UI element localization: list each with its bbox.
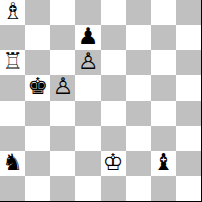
chess-board: ♗♟♖♙♚♙♞♔♝ [0,0,201,201]
square-b3[interactable] [25,126,50,151]
square-a7[interactable] [0,25,25,50]
square-e8[interactable] [101,0,126,25]
square-g4[interactable] [151,101,176,126]
square-b6[interactable] [25,50,50,75]
white-pawn-piece[interactable]: ♙ [78,50,99,73]
square-e7[interactable] [101,25,126,50]
square-f4[interactable] [126,101,151,126]
square-e5[interactable] [101,75,126,100]
square-d2[interactable] [75,151,100,176]
square-e6[interactable] [101,50,126,75]
square-f2[interactable] [126,151,151,176]
square-g7[interactable] [151,25,176,50]
square-d1[interactable] [75,176,100,201]
square-d6[interactable]: ♙ [75,50,100,75]
square-h5[interactable] [176,75,201,100]
square-h2[interactable] [176,151,201,176]
square-h6[interactable] [176,50,201,75]
white-bishop-piece[interactable]: ♗ [2,0,23,23]
square-g1[interactable] [151,176,176,201]
square-c5[interactable]: ♙ [50,75,75,100]
square-f7[interactable] [126,25,151,50]
square-d5[interactable] [75,75,100,100]
square-h1[interactable] [176,176,201,201]
square-c8[interactable] [50,0,75,25]
square-h8[interactable] [176,0,201,25]
square-b4[interactable] [25,101,50,126]
chess-board-frame: ♗♟♖♙♚♙♞♔♝ [0,0,202,202]
square-h3[interactable] [176,126,201,151]
black-king-piece[interactable]: ♚ [27,75,48,98]
square-b1[interactable] [25,176,50,201]
square-d7[interactable]: ♟ [75,25,100,50]
square-c3[interactable] [50,126,75,151]
square-c6[interactable] [50,50,75,75]
square-f6[interactable] [126,50,151,75]
square-d3[interactable] [75,126,100,151]
square-d4[interactable] [75,101,100,126]
white-pawn-piece[interactable]: ♙ [53,75,74,98]
white-king-piece[interactable]: ♔ [103,151,124,174]
white-rook-piece[interactable]: ♖ [2,50,23,73]
square-a1[interactable] [0,176,25,201]
square-a3[interactable] [0,126,25,151]
square-b8[interactable] [25,0,50,25]
square-g2[interactable]: ♝ [151,151,176,176]
square-a6[interactable]: ♖ [0,50,25,75]
square-e2[interactable]: ♔ [101,151,126,176]
square-h7[interactable] [176,25,201,50]
square-h4[interactable] [176,101,201,126]
square-a5[interactable] [0,75,25,100]
square-b7[interactable] [25,25,50,50]
black-knight-piece[interactable]: ♞ [2,151,23,174]
square-b2[interactable] [25,151,50,176]
square-g3[interactable] [151,126,176,151]
square-b5[interactable]: ♚ [25,75,50,100]
square-g5[interactable] [151,75,176,100]
square-g8[interactable] [151,0,176,25]
square-c4[interactable] [50,101,75,126]
square-c2[interactable] [50,151,75,176]
black-pawn-piece[interactable]: ♟ [78,25,99,48]
square-c7[interactable] [50,25,75,50]
black-bishop-piece[interactable]: ♝ [153,151,174,174]
square-e1[interactable] [101,176,126,201]
square-d8[interactable] [75,0,100,25]
square-c1[interactable] [50,176,75,201]
square-a8[interactable]: ♗ [0,0,25,25]
square-e3[interactable] [101,126,126,151]
square-a2[interactable]: ♞ [0,151,25,176]
square-f1[interactable] [126,176,151,201]
square-a4[interactable] [0,101,25,126]
square-e4[interactable] [101,101,126,126]
square-f3[interactable] [126,126,151,151]
square-f8[interactable] [126,0,151,25]
square-g6[interactable] [151,50,176,75]
square-f5[interactable] [126,75,151,100]
